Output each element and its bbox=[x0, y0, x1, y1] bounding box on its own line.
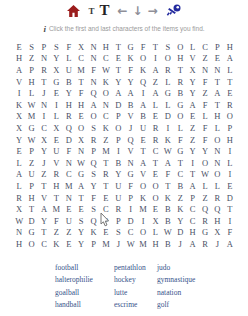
grid-cell[interactable]: E bbox=[112, 53, 124, 65]
grid-cell[interactable]: L bbox=[186, 41, 198, 53]
grid-cell[interactable]: E bbox=[137, 134, 149, 146]
grid-cell[interactable]: H bbox=[75, 99, 87, 111]
grid-cell[interactable]: E bbox=[50, 134, 62, 146]
grid-cell[interactable]: L bbox=[50, 111, 62, 123]
grid-cell[interactable]: O bbox=[25, 238, 37, 250]
grid-cell[interactable]: B bbox=[162, 238, 174, 250]
grid-cell[interactable]: I bbox=[162, 122, 174, 134]
grid-cell[interactable]: H bbox=[224, 41, 236, 53]
grid-cell[interactable]: P bbox=[112, 111, 124, 123]
grid-cell[interactable]: Y bbox=[75, 238, 87, 250]
grid-cell[interactable]: J bbox=[211, 238, 223, 250]
grid-cell[interactable]: W bbox=[75, 157, 87, 169]
grid-cell[interactable]: P bbox=[125, 192, 137, 204]
grid-cell[interactable]: Y bbox=[186, 87, 198, 99]
grid-cell[interactable]: P bbox=[87, 145, 99, 157]
grid-cell[interactable]: K bbox=[174, 203, 186, 215]
grid-cell[interactable]: A bbox=[137, 99, 149, 111]
grid-cell[interactable]: R bbox=[199, 238, 211, 250]
grid-cell[interactable]: N bbox=[63, 157, 75, 169]
grid-cell[interactable]: N bbox=[100, 99, 112, 111]
grid-cell[interactable]: A bbox=[13, 64, 25, 76]
grid-cell[interactable]: L bbox=[174, 122, 186, 134]
grid-cell[interactable]: X bbox=[211, 227, 223, 239]
grid-cell[interactable]: N bbox=[38, 53, 50, 65]
grid-cell[interactable]: Y bbox=[50, 53, 62, 65]
grid-cell[interactable]: E bbox=[149, 203, 161, 215]
grid-cell[interactable]: H bbox=[25, 76, 37, 88]
grid-cell[interactable]: O bbox=[211, 134, 223, 146]
grid-cell[interactable]: V bbox=[125, 145, 137, 157]
grid-cell[interactable]: R bbox=[87, 134, 99, 146]
grid-cell[interactable]: U bbox=[63, 64, 75, 76]
grid-cell[interactable]: O bbox=[199, 157, 211, 169]
grid-cell[interactable]: C bbox=[186, 203, 198, 215]
grid-cell[interactable]: F bbox=[87, 64, 99, 76]
grid-cell[interactable]: N bbox=[87, 53, 99, 65]
grid-cell[interactable]: A bbox=[38, 203, 50, 215]
grid-cell[interactable]: L bbox=[199, 180, 211, 192]
grid-cell[interactable]: M bbox=[75, 64, 87, 76]
grid-cell[interactable]: Y bbox=[174, 215, 186, 227]
grid-cell[interactable]: V bbox=[186, 53, 198, 65]
grid-cell[interactable]: E bbox=[13, 145, 25, 157]
grid-cell[interactable]: Q bbox=[199, 203, 211, 215]
grid-cell[interactable]: D bbox=[25, 215, 37, 227]
grid-cell[interactable]: X bbox=[38, 134, 50, 146]
grid-cell[interactable]: F bbox=[199, 122, 211, 134]
grid-cell[interactable]: L bbox=[162, 99, 174, 111]
grid-cell[interactable]: A bbox=[149, 64, 161, 76]
grid-cell[interactable]: F bbox=[125, 180, 137, 192]
grid-cell[interactable]: G bbox=[125, 41, 137, 53]
grid-cell[interactable]: T bbox=[38, 180, 50, 192]
grid-cell[interactable]: I bbox=[224, 145, 236, 157]
grid-cell[interactable]: A bbox=[112, 87, 124, 99]
grid-cell[interactable]: I bbox=[186, 157, 198, 169]
grid-cell[interactable]: T bbox=[112, 41, 124, 53]
grid-cell[interactable]: Z bbox=[199, 87, 211, 99]
grid-cell[interactable]: Z bbox=[50, 227, 62, 239]
arrow-right-button[interactable]: → bbox=[148, 5, 158, 17]
grid-cell[interactable]: G bbox=[125, 169, 137, 181]
grid-cell[interactable]: O bbox=[149, 180, 161, 192]
grid-cell[interactable]: N bbox=[211, 145, 223, 157]
grid-cell[interactable]: P bbox=[112, 134, 124, 146]
grid-cell[interactable]: Z bbox=[186, 122, 198, 134]
grid-cell[interactable]: S bbox=[162, 41, 174, 53]
grid-cell[interactable]: M bbox=[137, 203, 149, 215]
grid-cell[interactable]: A bbox=[224, 238, 236, 250]
grid-cell[interactable]: O bbox=[174, 111, 186, 123]
grid-cell[interactable]: B bbox=[162, 215, 174, 227]
grid-cell[interactable]: B bbox=[174, 87, 186, 99]
grid-cell[interactable]: K bbox=[137, 64, 149, 76]
grid-cell[interactable]: F bbox=[87, 192, 99, 204]
grid-cell[interactable]: L bbox=[149, 99, 161, 111]
grid-cell[interactable]: E bbox=[75, 111, 87, 123]
grid-cell[interactable]: O bbox=[211, 169, 223, 181]
grid-cell[interactable]: T bbox=[186, 169, 198, 181]
grid-cell[interactable]: W bbox=[100, 64, 112, 76]
grid-cell[interactable]: R bbox=[38, 64, 50, 76]
grid-cell[interactable]: Y bbox=[13, 134, 25, 146]
grid-cell[interactable]: R bbox=[149, 122, 161, 134]
grid-cell[interactable]: L bbox=[25, 87, 37, 99]
grid-cell[interactable]: N bbox=[38, 99, 50, 111]
grid-cell[interactable]: Z bbox=[174, 192, 186, 204]
grid-cell[interactable]: A bbox=[211, 87, 223, 99]
grid-cell[interactable]: W bbox=[125, 238, 137, 250]
grid-cell[interactable]: G bbox=[25, 227, 37, 239]
grid-cell[interactable]: O bbox=[162, 53, 174, 65]
grid-cell[interactable]: A bbox=[224, 53, 236, 65]
grid-cell[interactable]: S bbox=[112, 227, 124, 239]
grid-cell[interactable]: U bbox=[63, 215, 75, 227]
grid-cell[interactable]: S bbox=[25, 41, 37, 53]
grid-cell[interactable]: X bbox=[13, 203, 25, 215]
grid-cell[interactable]: G bbox=[75, 169, 87, 181]
grid-cell[interactable]: O bbox=[75, 122, 87, 134]
grid-cell[interactable]: K bbox=[125, 53, 137, 65]
grid-cell[interactable]: L bbox=[149, 227, 161, 239]
grid-cell[interactable]: T bbox=[38, 76, 50, 88]
grid-cell[interactable]: K bbox=[100, 76, 112, 88]
grid-cell[interactable]: T bbox=[149, 157, 161, 169]
grid-cell[interactable]: Z bbox=[100, 134, 112, 146]
grid-cell[interactable]: Q bbox=[87, 215, 99, 227]
grid-cell[interactable]: U bbox=[112, 192, 124, 204]
grid-cell[interactable]: C bbox=[186, 215, 198, 227]
grid-cell[interactable]: Q bbox=[125, 134, 137, 146]
grid-cell[interactable]: R bbox=[199, 215, 211, 227]
grid-cell[interactable]: T bbox=[174, 64, 186, 76]
grid-cell[interactable]: T bbox=[25, 203, 37, 215]
grid-cell[interactable]: P bbox=[224, 122, 236, 134]
grid-cell[interactable]: I bbox=[125, 203, 137, 215]
grid-cell[interactable]: U bbox=[25, 169, 37, 181]
grid-cell[interactable]: W bbox=[25, 99, 37, 111]
grid-cell[interactable]: Z bbox=[25, 53, 37, 65]
grid-cell[interactable]: W bbox=[162, 145, 174, 157]
grid-cell[interactable]: F bbox=[174, 134, 186, 146]
grid-cell[interactable]: A bbox=[13, 169, 25, 181]
grid-cell[interactable]: T bbox=[137, 145, 149, 157]
grid-cell[interactable]: P bbox=[38, 41, 50, 53]
grid-cell[interactable]: M bbox=[50, 203, 62, 215]
grid-cell[interactable]: N bbox=[211, 64, 223, 76]
grid-cell[interactable]: N bbox=[13, 227, 25, 239]
grid-cell[interactable]: A bbox=[186, 99, 198, 111]
grid-cell[interactable]: F bbox=[199, 76, 211, 88]
grid-cell[interactable]: K bbox=[50, 238, 62, 250]
grid-cell[interactable]: M bbox=[137, 238, 149, 250]
grid-cell[interactable]: V bbox=[38, 192, 50, 204]
grid-cell[interactable]: A bbox=[186, 238, 198, 250]
grid-cell[interactable]: E bbox=[186, 111, 198, 123]
grid-cell[interactable]: X bbox=[50, 122, 62, 134]
grid-cell[interactable]: N bbox=[199, 64, 211, 76]
grid-cell[interactable]: R bbox=[162, 64, 174, 76]
grid-cell[interactable]: S bbox=[87, 203, 99, 215]
grid-cell[interactable]: D bbox=[63, 134, 75, 146]
grid-cell[interactable]: Z bbox=[38, 169, 50, 181]
grid-cell[interactable]: Y bbox=[63, 87, 75, 99]
grid-cell[interactable]: Y bbox=[38, 145, 50, 157]
grid-cell[interactable]: X bbox=[149, 215, 161, 227]
grid-cell[interactable]: Q bbox=[87, 87, 99, 99]
grid-cell[interactable]: Q bbox=[87, 157, 99, 169]
grid-cell[interactable]: J bbox=[112, 238, 124, 250]
grid-cell[interactable]: H bbox=[100, 41, 112, 53]
grid-cell[interactable]: W bbox=[13, 215, 25, 227]
grid-cell[interactable]: O bbox=[137, 53, 149, 65]
grid-cell[interactable]: H bbox=[211, 111, 223, 123]
grid-cell[interactable]: F bbox=[137, 41, 149, 53]
grid-cell[interactable]: T bbox=[149, 41, 161, 53]
grid-cell[interactable]: G bbox=[174, 99, 186, 111]
grid-cell[interactable]: R bbox=[100, 169, 112, 181]
grid-cell[interactable]: O bbox=[224, 111, 236, 123]
grid-cell[interactable]: I bbox=[224, 169, 236, 181]
grid-cell[interactable]: T bbox=[100, 180, 112, 192]
grid-cell[interactable]: Y bbox=[125, 76, 137, 88]
grid-cell[interactable]: I bbox=[149, 53, 161, 65]
grid-cell[interactable]: Z bbox=[199, 192, 211, 204]
grid-cell[interactable]: X bbox=[186, 64, 198, 76]
grid-cell[interactable]: L bbox=[199, 111, 211, 123]
grid-cell[interactable]: T bbox=[75, 192, 87, 204]
grid-cell[interactable]: E bbox=[149, 111, 161, 123]
grid-cell[interactable]: O bbox=[87, 111, 99, 123]
grid-cell[interactable]: K bbox=[13, 99, 25, 111]
grid-cell[interactable]: F bbox=[63, 145, 75, 157]
grid-cell[interactable]: B bbox=[174, 180, 186, 192]
grid-cell[interactable]: C bbox=[38, 238, 50, 250]
grid-cell[interactable]: N bbox=[125, 157, 137, 169]
grid-cell[interactable]: L bbox=[13, 157, 25, 169]
grid-cell[interactable]: M bbox=[63, 180, 75, 192]
grid-cell[interactable]: S bbox=[87, 169, 99, 181]
grid-cell[interactable]: R bbox=[211, 192, 223, 204]
grid-cell[interactable]: C bbox=[75, 53, 87, 65]
grid-cell[interactable]: P bbox=[87, 238, 99, 250]
grid-cell[interactable]: J bbox=[38, 87, 50, 99]
grid-cell[interactable]: T bbox=[75, 76, 87, 88]
grid-cell[interactable]: N bbox=[87, 76, 99, 88]
grid-cell[interactable]: Y bbox=[38, 215, 50, 227]
grid-cell[interactable]: R bbox=[50, 169, 62, 181]
grid-cell[interactable]: E bbox=[100, 192, 112, 204]
grid-cell[interactable]: N bbox=[87, 41, 99, 53]
grid-cell[interactable]: Z bbox=[25, 157, 37, 169]
grid-cell[interactable]: V bbox=[137, 169, 149, 181]
grid-cell[interactable]: P bbox=[211, 41, 223, 53]
grid-cell[interactable]: X bbox=[75, 134, 87, 146]
grid-cell[interactable]: G bbox=[162, 87, 174, 99]
grid-cell[interactable]: C bbox=[100, 111, 112, 123]
grid-cell[interactable]: A bbox=[87, 99, 99, 111]
grid-cell[interactable]: T bbox=[50, 192, 62, 204]
grid-cell[interactable]: S bbox=[87, 122, 99, 134]
grid-cell[interactable]: E bbox=[63, 238, 75, 250]
grid-cell[interactable]: Y bbox=[112, 76, 124, 88]
grid-cell[interactable]: C bbox=[199, 41, 211, 53]
grid-cell[interactable]: Q bbox=[211, 203, 223, 215]
text-decrease-button[interactable]: T bbox=[88, 6, 94, 16]
grid-cell[interactable]: K bbox=[162, 192, 174, 204]
grid-cell[interactable]: A bbox=[75, 180, 87, 192]
grid-cell[interactable]: C bbox=[149, 145, 161, 157]
grid-cell[interactable]: R bbox=[149, 134, 161, 146]
grid-cell[interactable]: M bbox=[100, 238, 112, 250]
grid-cell[interactable]: D bbox=[224, 192, 236, 204]
home-button[interactable] bbox=[67, 5, 80, 17]
grid-cell[interactable]: T bbox=[112, 64, 124, 76]
grid-cell[interactable]: P bbox=[25, 145, 37, 157]
arrow-left-button[interactable]: ← bbox=[117, 5, 127, 17]
grid-cell[interactable]: T bbox=[211, 76, 223, 88]
grid-cell[interactable]: R bbox=[112, 203, 124, 215]
grid-cell[interactable]: H bbox=[149, 238, 161, 250]
grid-cell[interactable]: F bbox=[162, 169, 174, 181]
grid-cell[interactable]: D bbox=[112, 99, 124, 111]
grid-cell[interactable]: Z bbox=[63, 227, 75, 239]
grid-cell[interactable]: P bbox=[186, 192, 198, 204]
answer-key-button[interactable] bbox=[166, 4, 181, 17]
grid-cell[interactable]: A bbox=[125, 87, 137, 99]
grid-cell[interactable]: I bbox=[50, 99, 62, 111]
grid-cell[interactable]: H bbox=[13, 238, 25, 250]
grid-cell[interactable]: K bbox=[162, 134, 174, 146]
grid-cell[interactable]: T bbox=[224, 203, 236, 215]
grid-cell[interactable]: P bbox=[112, 215, 124, 227]
grid-cell[interactable]: Y bbox=[112, 169, 124, 181]
grid-cell[interactable]: C bbox=[38, 122, 50, 134]
grid-cell[interactable]: F bbox=[199, 99, 211, 111]
grid-cell[interactable]: T bbox=[224, 76, 236, 88]
grid-cell[interactable]: C bbox=[174, 169, 186, 181]
grid-cell[interactable]: R bbox=[13, 192, 25, 204]
grid-cell[interactable]: R bbox=[63, 111, 75, 123]
grid-cell[interactable]: A bbox=[186, 180, 198, 192]
grid-cell[interactable]: P bbox=[25, 64, 37, 76]
grid-cell[interactable]: I bbox=[38, 111, 50, 123]
grid-cell[interactable]: E bbox=[224, 180, 236, 192]
grid-cell[interactable]: K bbox=[137, 192, 149, 204]
grid-cell[interactable]: O bbox=[174, 41, 186, 53]
grid-cell[interactable]: X bbox=[75, 41, 87, 53]
grid-cell[interactable]: E bbox=[149, 169, 161, 181]
grid-cell[interactable]: A bbox=[137, 157, 149, 169]
grid-cell[interactable]: T bbox=[38, 227, 50, 239]
grid-cell[interactable]: L bbox=[224, 157, 236, 169]
grid-cell[interactable]: R bbox=[174, 76, 186, 88]
grid-cell[interactable]: O bbox=[137, 180, 149, 192]
grid-cell[interactable]: E bbox=[63, 203, 75, 215]
grid-cell[interactable]: E bbox=[13, 41, 25, 53]
grid-cell[interactable]: L bbox=[224, 64, 236, 76]
grid-cell[interactable]: R bbox=[224, 99, 236, 111]
grid-cell[interactable]: F bbox=[63, 41, 75, 53]
grid-cell[interactable]: Q bbox=[137, 76, 149, 88]
grid-cell[interactable]: Z bbox=[186, 134, 198, 146]
grid-cell[interactable]: C bbox=[125, 227, 137, 239]
grid-cell[interactable]: Z bbox=[149, 76, 161, 88]
grid-cell[interactable]: C bbox=[100, 53, 112, 65]
grid-cell[interactable]: J bbox=[38, 157, 50, 169]
grid-cell[interactable]: E bbox=[75, 203, 87, 215]
grid-cell[interactable]: L bbox=[13, 180, 25, 192]
grid-cell[interactable]: W bbox=[199, 169, 211, 181]
grid-cell[interactable]: X bbox=[13, 111, 25, 123]
grid-cell[interactable]: H bbox=[50, 180, 62, 192]
grid-cell[interactable]: K bbox=[87, 227, 99, 239]
grid-cell[interactable]: S bbox=[75, 215, 87, 227]
grid-cell[interactable]: Y bbox=[186, 145, 198, 157]
grid-cell[interactable]: U bbox=[50, 145, 62, 157]
grid-cell[interactable]: G bbox=[25, 122, 37, 134]
text-increase-button[interactable]: T bbox=[99, 2, 109, 19]
grid-cell[interactable]: B bbox=[63, 76, 75, 88]
grid-cell[interactable]: B bbox=[137, 111, 149, 123]
grid-cell[interactable]: B bbox=[125, 99, 137, 111]
grid-cell[interactable]: Q bbox=[63, 122, 75, 134]
grid-cell[interactable]: J bbox=[125, 122, 137, 134]
grid-cell[interactable]: G bbox=[174, 145, 186, 157]
grid-cell[interactable]: A bbox=[162, 157, 174, 169]
grid-cell[interactable]: G bbox=[199, 227, 211, 239]
grid-cell[interactable]: D bbox=[174, 227, 186, 239]
grid-cell[interactable]: H bbox=[211, 215, 223, 227]
grid-cell[interactable]: G bbox=[50, 76, 62, 88]
grid-cell[interactable]: H bbox=[186, 227, 198, 239]
grid-cell[interactable]: T bbox=[211, 99, 223, 111]
grid-cell[interactable]: N bbox=[75, 145, 87, 157]
grid-cell[interactable]: F bbox=[125, 64, 137, 76]
grid-cell[interactable]: Y bbox=[87, 180, 99, 192]
grid-cell[interactable]: Y bbox=[75, 227, 87, 239]
grid-cell[interactable]: E bbox=[100, 227, 112, 239]
grid-cell[interactable]: O bbox=[149, 192, 161, 204]
grid-cell[interactable]: I bbox=[112, 145, 124, 157]
grid-cell[interactable]: W bbox=[25, 134, 37, 146]
grid-cell[interactable]: B bbox=[162, 203, 174, 215]
grid-cell[interactable]: V bbox=[50, 157, 62, 169]
grid-cell[interactable]: Y bbox=[186, 76, 198, 88]
grid-cell[interactable]: I bbox=[137, 215, 149, 227]
grid-cell[interactable]: L bbox=[211, 122, 223, 134]
grid-cell[interactable]: F bbox=[50, 215, 62, 227]
grid-cell[interactable]: B bbox=[112, 157, 124, 169]
grid-cell[interactable]: U bbox=[137, 122, 149, 134]
grid-cell[interactable]: L bbox=[63, 53, 75, 65]
grid-cell[interactable]: O bbox=[137, 227, 149, 239]
grid-cell[interactable]: U bbox=[112, 180, 124, 192]
grid-cell[interactable]: L bbox=[211, 180, 223, 192]
grid-cell[interactable]: N bbox=[63, 192, 75, 204]
grid-cell[interactable]: X bbox=[13, 122, 25, 134]
grid-cell[interactable]: E bbox=[50, 87, 62, 99]
grid-cell[interactable]: I bbox=[13, 87, 25, 99]
grid-cell[interactable]: D bbox=[125, 215, 137, 227]
grid-cell[interactable]: O bbox=[112, 122, 124, 134]
grid-cell[interactable]: M bbox=[25, 111, 37, 123]
grid-cell[interactable]: H bbox=[13, 53, 25, 65]
grid-cell[interactable]: F bbox=[224, 227, 236, 239]
grid-cell[interactable]: H bbox=[63, 99, 75, 111]
grid-cell[interactable]: P bbox=[25, 180, 37, 192]
